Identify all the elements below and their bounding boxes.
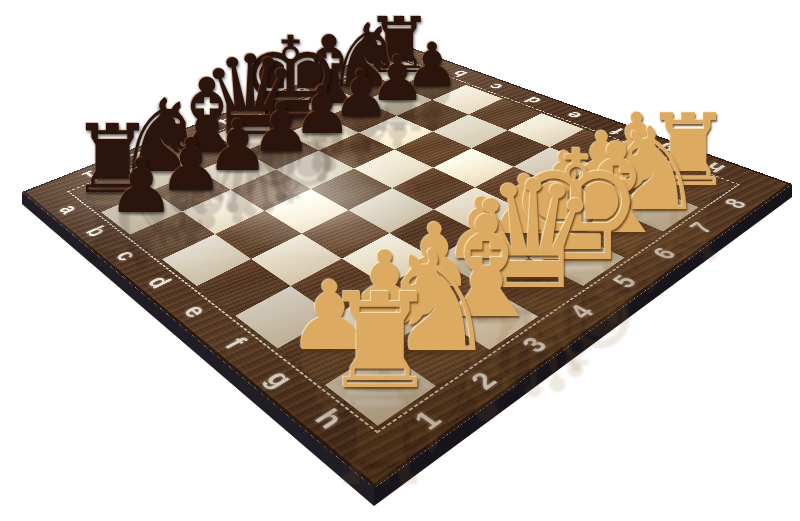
pieces-layer: ♜♜♟♟♞♞♟♟♝♝♟♟♚♚♟♟♛♛♟♟♝♝♟♟♟♟♞♞♜♜♟♟♟♟♜♜♞♞♟♟… (0, 0, 800, 521)
photo-scene: aabbccddeeffgghh1122334455667788 ♜♜♟♟♞♞♟… (0, 0, 800, 521)
piece-dark-pawn-b1[interactable]: ♟ (108, 148, 176, 223)
piece-glyph: ♜ (321, 275, 439, 407)
piece-light-rook-h1[interactable]: ♜ (321, 275, 439, 407)
piece-glyph: ♟ (108, 148, 176, 223)
